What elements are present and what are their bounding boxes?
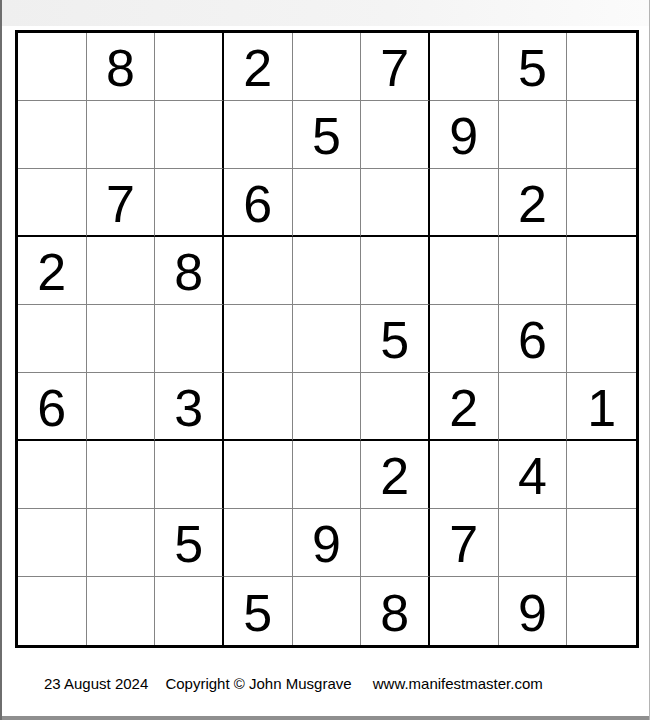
cell-r9c9[interactable] [567, 577, 636, 645]
cell-r2c3[interactable] [155, 101, 224, 169]
cell-r6c5[interactable] [293, 373, 362, 441]
cell-r1c1[interactable] [18, 33, 87, 101]
cell-r5c7[interactable] [430, 305, 499, 373]
cell-r2c8[interactable] [499, 101, 568, 169]
cell-r9c8[interactable]: 9 [499, 577, 568, 645]
cell-r6c7[interactable]: 2 [430, 373, 499, 441]
sudoku-board: 8275597622856632124597589 [15, 30, 639, 648]
cell-r6c2[interactable] [87, 373, 156, 441]
cell-r8c7[interactable]: 7 [430, 509, 499, 577]
cell-r1c8[interactable]: 5 [499, 33, 568, 101]
cell-r2c4[interactable] [224, 101, 293, 169]
cell-r6c8[interactable] [499, 373, 568, 441]
cell-r1c6[interactable]: 7 [361, 33, 430, 101]
cell-r2c5[interactable]: 5 [293, 101, 362, 169]
cell-r5c9[interactable] [567, 305, 636, 373]
cell-r4c6[interactable] [361, 237, 430, 305]
cell-r3c7[interactable] [430, 169, 499, 237]
cell-r8c4[interactable] [224, 509, 293, 577]
top-band [2, 0, 649, 26]
cell-r8c5[interactable]: 9 [293, 509, 362, 577]
footer-copyright: Copyright © John Musgrave [165, 675, 351, 692]
cell-r9c2[interactable] [87, 577, 156, 645]
cell-r1c7[interactable] [430, 33, 499, 101]
cell-r8c3[interactable]: 5 [155, 509, 224, 577]
cell-r7c2[interactable] [87, 441, 156, 509]
cell-r2c7[interactable]: 9 [430, 101, 499, 169]
cell-r4c7[interactable] [430, 237, 499, 305]
cell-r8c8[interactable] [499, 509, 568, 577]
cell-r4c2[interactable] [87, 237, 156, 305]
bottom-bar [2, 716, 649, 720]
cell-r3c6[interactable] [361, 169, 430, 237]
cell-r7c6[interactable]: 2 [361, 441, 430, 509]
cell-r4c9[interactable] [567, 237, 636, 305]
cell-r3c2[interactable]: 7 [87, 169, 156, 237]
cell-r3c9[interactable] [567, 169, 636, 237]
cell-r8c1[interactable] [18, 509, 87, 577]
cell-r5c3[interactable] [155, 305, 224, 373]
cell-r3c5[interactable] [293, 169, 362, 237]
cell-r2c6[interactable] [361, 101, 430, 169]
cell-r7c8[interactable]: 4 [499, 441, 568, 509]
cell-r1c9[interactable] [567, 33, 636, 101]
cell-r3c3[interactable] [155, 169, 224, 237]
cell-r9c3[interactable] [155, 577, 224, 645]
footer: 23 August 2024 Copyright © John Musgrave… [44, 674, 543, 694]
cell-r3c4[interactable]: 6 [224, 169, 293, 237]
cell-r4c4[interactable] [224, 237, 293, 305]
cell-r1c5[interactable] [293, 33, 362, 101]
cell-r2c1[interactable] [18, 101, 87, 169]
cell-r8c6[interactable] [361, 509, 430, 577]
cell-r7c5[interactable] [293, 441, 362, 509]
cell-r9c4[interactable]: 5 [224, 577, 293, 645]
cell-r5c1[interactable] [18, 305, 87, 373]
cell-r5c8[interactable]: 6 [499, 305, 568, 373]
cell-r6c6[interactable] [361, 373, 430, 441]
cell-r5c5[interactable] [293, 305, 362, 373]
cell-r8c2[interactable] [87, 509, 156, 577]
cell-r7c4[interactable] [224, 441, 293, 509]
cell-r6c9[interactable]: 1 [567, 373, 636, 441]
cell-r7c9[interactable] [567, 441, 636, 509]
cell-r5c2[interactable] [87, 305, 156, 373]
cell-r7c7[interactable] [430, 441, 499, 509]
cell-r6c3[interactable]: 3 [155, 373, 224, 441]
cell-r6c1[interactable]: 6 [18, 373, 87, 441]
cell-r4c5[interactable] [293, 237, 362, 305]
cell-r2c2[interactable] [87, 101, 156, 169]
footer-date: 23 August 2024 [44, 675, 148, 692]
cell-r6c4[interactable] [224, 373, 293, 441]
cell-r3c8[interactable]: 2 [499, 169, 568, 237]
cell-r2c9[interactable] [567, 101, 636, 169]
cell-r7c1[interactable] [18, 441, 87, 509]
cell-r9c6[interactable]: 8 [361, 577, 430, 645]
cell-r5c4[interactable] [224, 305, 293, 373]
cell-r7c3[interactable] [155, 441, 224, 509]
footer-website: www.manifestmaster.com [373, 675, 543, 692]
puzzle-page: 8275597622856632124597589 23 August 2024… [0, 0, 650, 720]
cell-r4c3[interactable]: 8 [155, 237, 224, 305]
cell-r3c1[interactable] [18, 169, 87, 237]
cell-r8c9[interactable] [567, 509, 636, 577]
cell-r1c2[interactable]: 8 [87, 33, 156, 101]
cell-r4c8[interactable] [499, 237, 568, 305]
cell-r1c3[interactable] [155, 33, 224, 101]
cell-r1c4[interactable]: 2 [224, 33, 293, 101]
cell-r9c1[interactable] [18, 577, 87, 645]
cell-r5c6[interactable]: 5 [361, 305, 430, 373]
cell-r4c1[interactable]: 2 [18, 237, 87, 305]
cell-r9c5[interactable] [293, 577, 362, 645]
cell-r9c7[interactable] [430, 577, 499, 645]
